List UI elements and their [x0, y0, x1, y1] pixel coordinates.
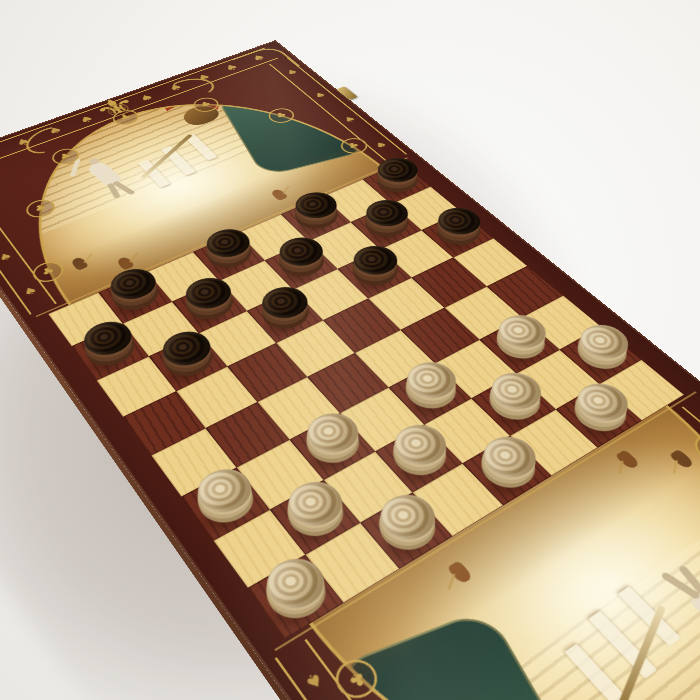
light-piece-c8[interactable]: ⛀	[369, 499, 443, 561]
light-piece-g6[interactable]: ⛀	[487, 322, 552, 367]
fleur-motif: ♠	[312, 91, 328, 100]
dark-piece-h3[interactable]: ⛂	[429, 216, 487, 253]
light-piece-f7[interactable]: ⛀	[480, 379, 548, 429]
fleur-motif: ♠	[372, 140, 389, 150]
fleur-motif: ♠	[0, 250, 15, 263]
dark-piece-e2[interactable]: ⛂	[272, 245, 331, 284]
fighter-silhouette	[447, 560, 474, 584]
fleur-motif: ♠	[21, 284, 40, 298]
fighter-silhouette	[270, 188, 289, 201]
fleur-motif: ♠	[301, 668, 328, 693]
dark-piece-d3[interactable]: ⛂	[254, 295, 315, 338]
dark-piece-a2[interactable]: ⛂	[79, 329, 141, 375]
sword	[617, 605, 666, 700]
fleur-motif: ♠	[341, 115, 358, 125]
dark-piece-c2[interactable]: ⛂	[179, 286, 239, 328]
fighter-silhouette	[615, 450, 641, 471]
light-piece-e8[interactable]: ⛀	[471, 442, 543, 498]
dark-piece-b3[interactable]: ⛂	[156, 339, 219, 386]
fleur-motif: ♠	[77, 113, 96, 125]
light-piece-g8[interactable]: ⛀	[564, 390, 633, 441]
light-piece-d7[interactable]: ⛀	[384, 431, 454, 486]
light-piece-c6[interactable]: ⛀	[298, 419, 367, 473]
fighter-silhouette	[115, 256, 134, 271]
sword	[140, 134, 193, 178]
fighter-silhouette	[70, 256, 89, 271]
fighter-silhouette	[669, 449, 695, 469]
dark-piece-g2[interactable]: ⛂	[358, 208, 415, 244]
dark-piece-f3[interactable]: ⛂	[345, 254, 405, 294]
fleur-motif: ♠	[137, 92, 156, 103]
light-piece-e6[interactable]: ⛀	[397, 369, 464, 418]
scene: ♠♠♠♠♠♠♠♠♠♠♠♠♠♠♠♠♠♠♠⚜♣♣♣♣♣♣♣ ♠♠♠♠♠♠♠♠♠♠♠♠…	[0, 0, 700, 700]
